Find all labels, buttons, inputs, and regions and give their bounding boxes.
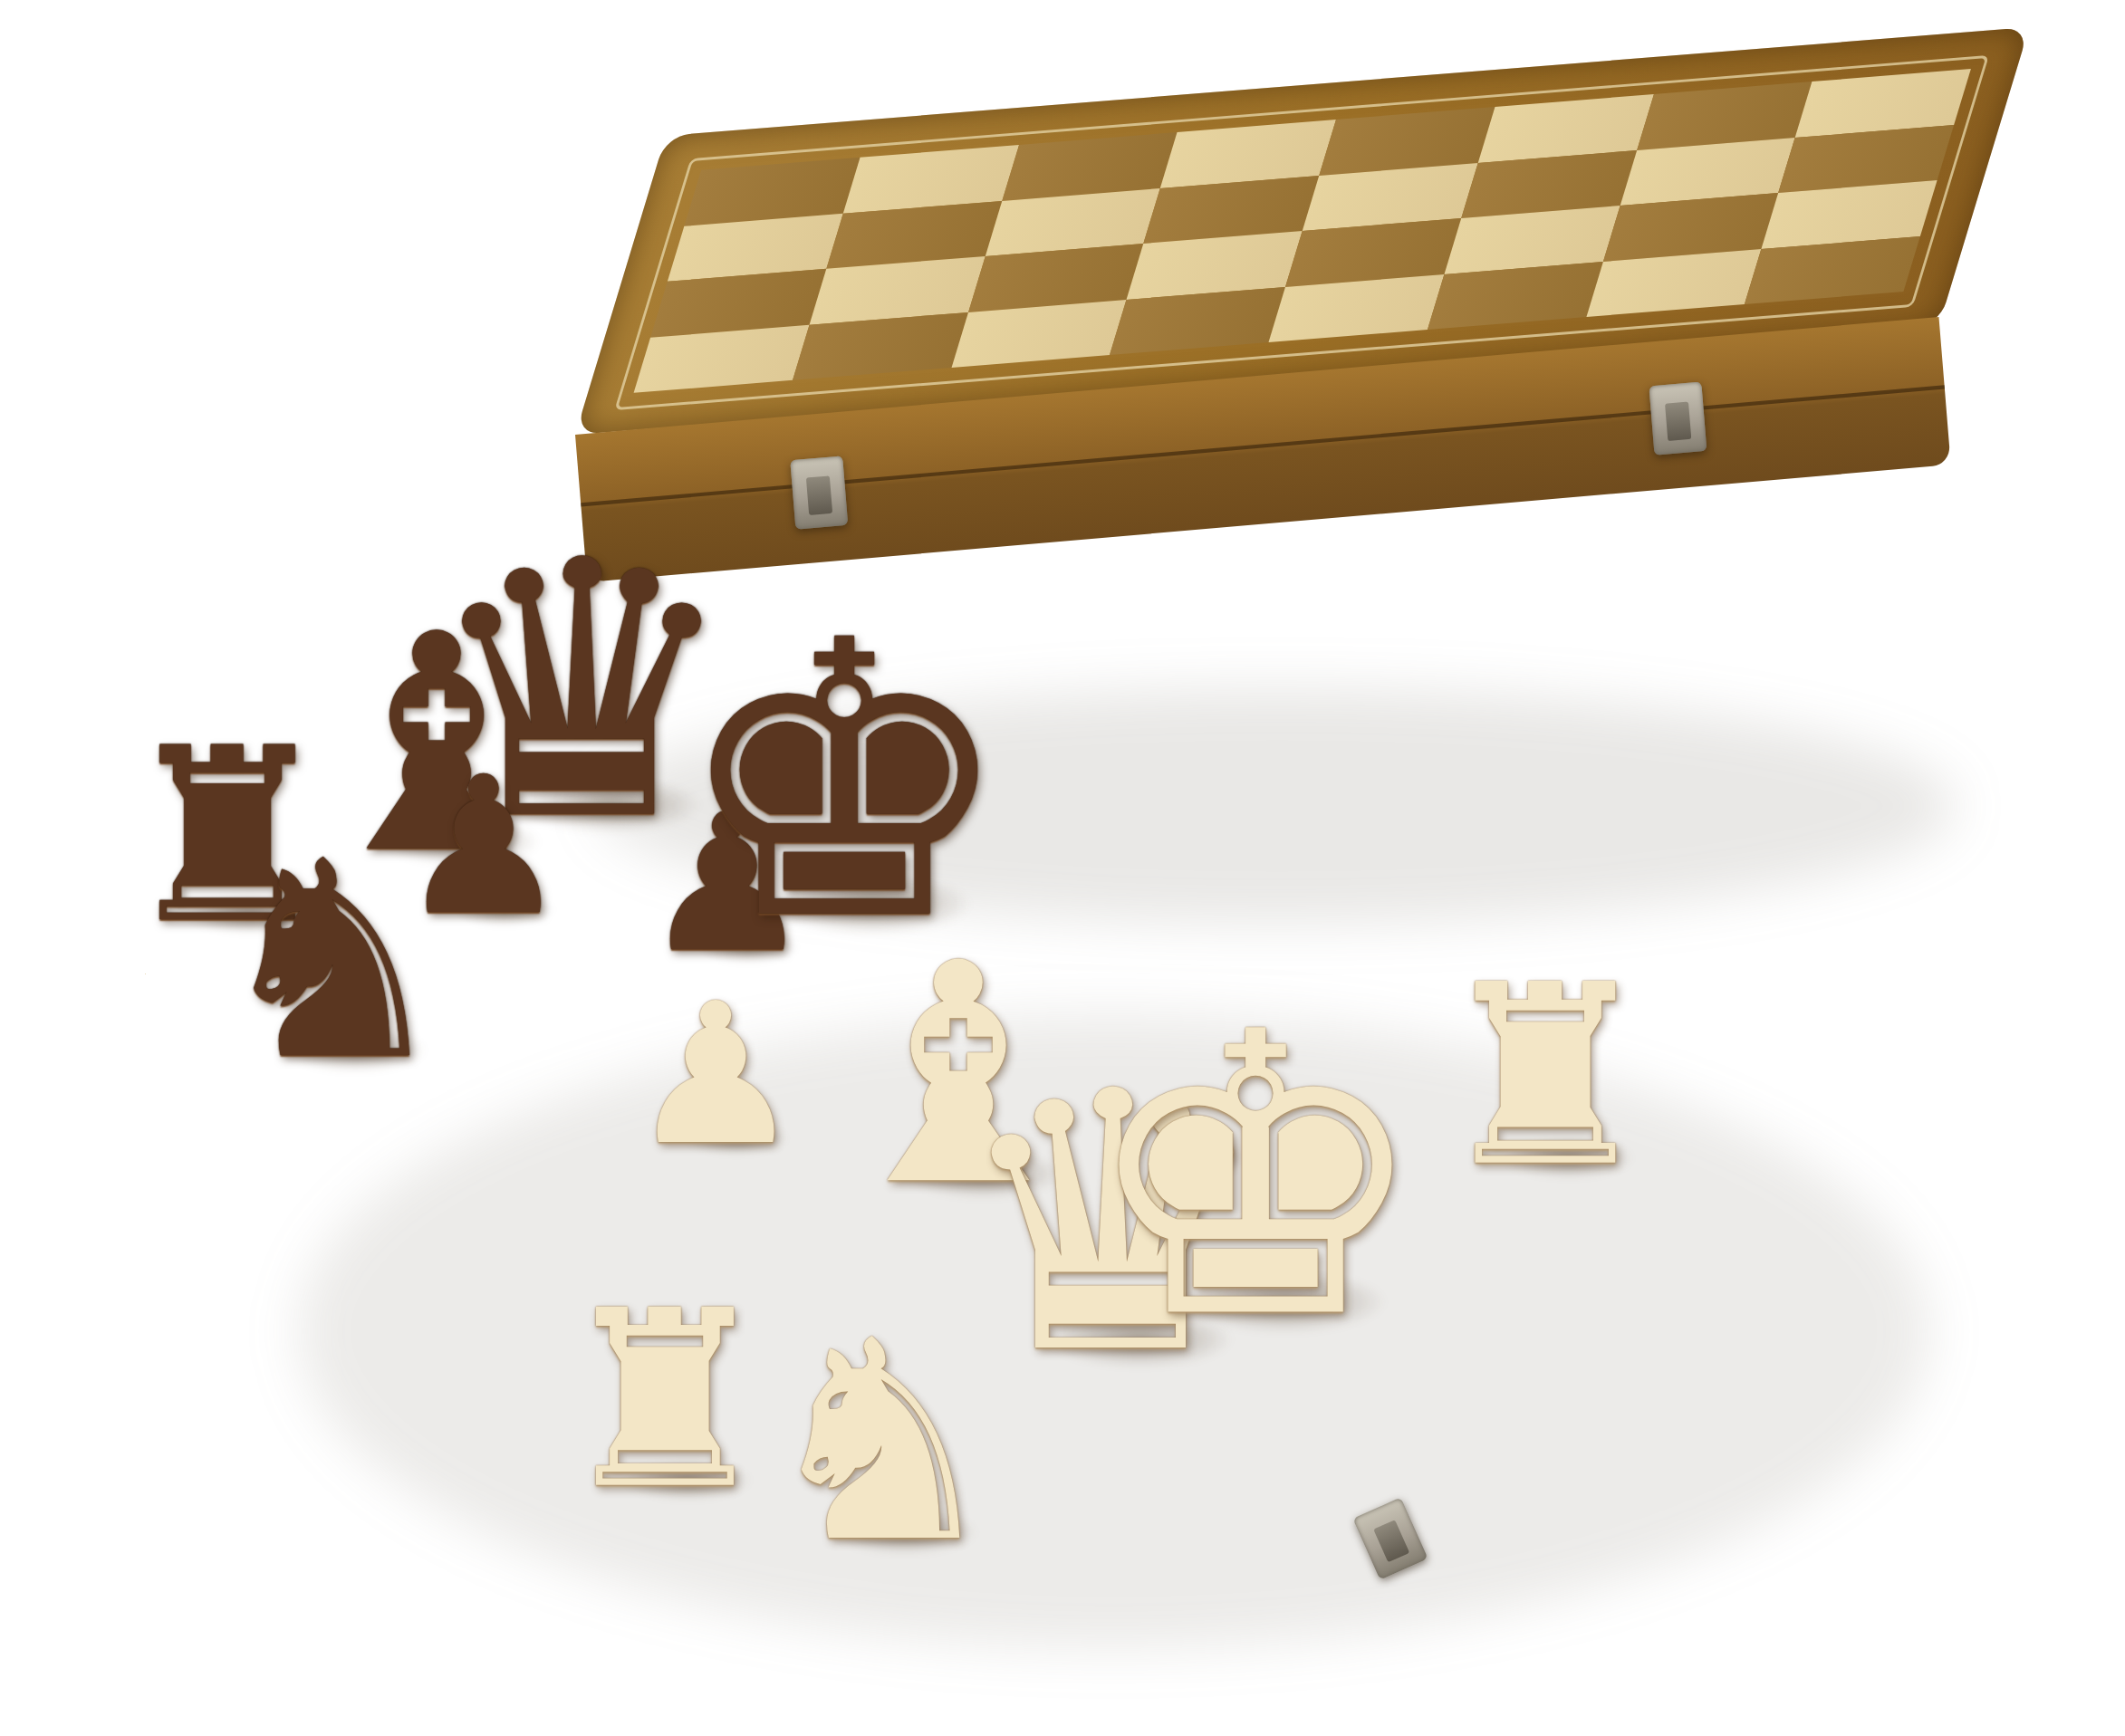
white-king-e1[interactable]: ♚ [1081, 982, 1430, 1371]
white-pawn-d4[interactable]: ♟ [629, 977, 803, 1172]
white-knight-c1[interactable]: ♞ [756, 1304, 1004, 1580]
box-clasp-latch-1[interactable] [790, 456, 848, 530]
product-photo-chess-set: { "game": "chess", "scene": { "descripti… [0, 0, 2125, 1736]
board-clasp-latch[interactable] [1352, 1497, 1428, 1579]
white-rook-g1[interactable]: ♜ [1434, 953, 1658, 1202]
black-knight-b6[interactable]: ♞ [210, 826, 454, 1098]
white-rook-a1[interactable]: ♜ [555, 1279, 774, 1523]
box-clasp-latch-2[interactable] [1649, 382, 1707, 456]
